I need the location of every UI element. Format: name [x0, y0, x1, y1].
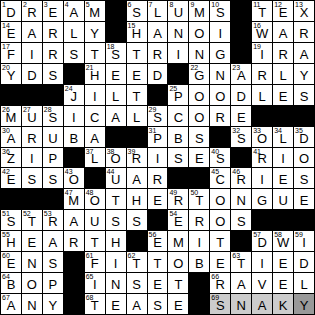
cell-letter: K: [279, 298, 288, 314]
cell-r13c14[interactable]: L: [294, 273, 314, 293]
cell-r12c14[interactable]: D: [294, 252, 314, 272]
cell-r4c8[interactable]: 25P: [168, 85, 188, 105]
cell-r2c14[interactable]: A: [294, 43, 314, 63]
cell-r8c6[interactable]: A: [127, 168, 147, 188]
clue-number: 52: [23, 210, 31, 218]
black-cell-r2c11: [231, 43, 251, 63]
cell-r8c10[interactable]: 45C: [210, 168, 230, 188]
cell-r11c2[interactable]: A: [43, 231, 63, 251]
black-cell-r8c9: [189, 168, 209, 188]
cell-r13c8[interactable]: T: [168, 273, 188, 293]
cell-letter: T: [154, 256, 162, 272]
cell-letter: A: [132, 172, 141, 188]
cell-r7c12[interactable]: 41R: [252, 148, 272, 168]
cell-r5c1[interactable]: 27U: [22, 106, 42, 126]
cell-r2c3[interactable]: S: [64, 43, 84, 63]
cell-r2c6[interactable]: T: [127, 43, 147, 63]
cell-letter: A: [48, 235, 57, 251]
cell-letter: M: [173, 235, 184, 251]
cell-r8c14[interactable]: S: [294, 168, 314, 188]
cell-r4c9[interactable]: O: [189, 85, 209, 105]
cell-r10c4[interactable]: U: [85, 210, 105, 230]
clue-number: 4: [65, 1, 69, 9]
clue-number: 46: [232, 168, 240, 176]
clue-number: 62: [128, 252, 136, 260]
cell-r11c5[interactable]: H: [106, 231, 126, 251]
clue-number: 29: [149, 106, 157, 114]
cell-r8c5[interactable]: 44U: [106, 168, 126, 188]
cell-r7c5[interactable]: 38O: [106, 148, 126, 168]
cell-r10c11[interactable]: S: [231, 210, 251, 230]
cell-r7c14[interactable]: O: [294, 148, 314, 168]
cell-r5c10[interactable]: R: [210, 106, 230, 126]
cell-r1c14[interactable]: R: [294, 22, 314, 42]
cell-r13c0[interactable]: 64B: [1, 273, 21, 293]
cell-r5c6[interactable]: L: [127, 106, 147, 126]
cell-r1c6[interactable]: 15H: [127, 22, 147, 42]
cell-letter: A: [28, 26, 37, 42]
cell-r7c6[interactable]: 39R: [127, 148, 147, 168]
cell-letter: Y: [48, 298, 57, 314]
cell-r12c10[interactable]: E: [210, 252, 230, 272]
cell-r7c0[interactable]: 36Z: [1, 148, 21, 168]
cell-r3c2[interactable]: S: [43, 64, 63, 84]
cell-letter: E: [153, 277, 162, 293]
cell-r1c3[interactable]: L: [64, 22, 84, 42]
cell-r12c8[interactable]: O: [168, 252, 188, 272]
cell-r13c13[interactable]: E: [273, 273, 293, 293]
cell-r5c4[interactable]: C: [85, 106, 105, 126]
black-cell-r6c5: [106, 127, 126, 147]
black-cell-r10c7: [148, 210, 168, 230]
cell-r7c9[interactable]: E: [189, 148, 209, 168]
black-cell-r4c2: [43, 85, 63, 105]
black-cell-r9c0: [1, 189, 21, 209]
cell-r13c10[interactable]: 66R: [210, 273, 230, 293]
cell-r1c12[interactable]: 16W: [252, 22, 272, 42]
cell-r6c9[interactable]: S: [189, 127, 209, 147]
cell-r0c13[interactable]: 12E: [273, 1, 293, 21]
clue-number: 16: [253, 22, 261, 30]
cell-r3c0[interactable]: 20Y: [1, 64, 21, 84]
black-cell-r1c5: [106, 22, 126, 42]
cell-letter: I: [260, 172, 264, 188]
cell-letter: O: [194, 26, 204, 42]
cell-r4c6[interactable]: T: [127, 85, 147, 105]
cell-r9c6[interactable]: H: [127, 189, 147, 209]
cell-r0c7[interactable]: 7L: [148, 1, 168, 21]
cell-letter: I: [198, 235, 202, 251]
cell-r5c7[interactable]: 29S: [148, 106, 168, 126]
clue-number: 32: [232, 127, 240, 135]
cell-r6c3[interactable]: B: [64, 127, 84, 147]
clue-number: 17: [2, 43, 10, 51]
cell-r14c2[interactable]: Y: [43, 294, 63, 314]
black-cell-r8c8: [168, 168, 188, 188]
cell-r2c7[interactable]: R: [148, 43, 168, 63]
cell-r0c4[interactable]: 5M: [85, 1, 105, 21]
cell-letter: N: [27, 256, 36, 272]
cell-r1c10[interactable]: I: [210, 22, 230, 42]
cell-r0c0[interactable]: 1D: [1, 1, 21, 21]
cell-r14c4[interactable]: 68T: [85, 294, 105, 314]
cell-r8c1[interactable]: S: [22, 168, 42, 188]
cell-r1c1[interactable]: A: [22, 22, 42, 42]
cell-letter: A: [90, 131, 99, 147]
cell-r10c2[interactable]: 53R: [43, 210, 63, 230]
cell-r4c10[interactable]: O: [210, 85, 230, 105]
cell-r7c13[interactable]: I: [273, 148, 293, 168]
cell-r6c12[interactable]: 33O: [252, 127, 272, 147]
cell-r12c11[interactable]: 63T: [231, 252, 251, 272]
cell-r6c14[interactable]: 35D: [294, 127, 314, 147]
cell-r13c11[interactable]: A: [231, 273, 251, 293]
cell-r1c4[interactable]: Y: [85, 22, 105, 42]
cell-r12c12[interactable]: I: [252, 252, 272, 272]
cell-r10c10[interactable]: O: [210, 210, 230, 230]
cell-r2c10[interactable]: G: [210, 43, 230, 63]
cell-letter: L: [133, 110, 140, 126]
cell-r9c14[interactable]: E: [294, 189, 314, 209]
clue-number: 55: [2, 231, 10, 239]
cell-letter: N: [216, 68, 225, 84]
cell-r13c1[interactable]: O: [22, 273, 42, 293]
cell-letter: E: [300, 193, 309, 209]
cell-r6c8[interactable]: B: [168, 127, 188, 147]
cell-r4c4[interactable]: I: [85, 85, 105, 105]
cell-r9c8[interactable]: 49R: [168, 189, 188, 209]
clue-number: 19: [253, 43, 261, 51]
cell-r9c5[interactable]: T: [106, 189, 126, 209]
cell-r3c13[interactable]: L: [273, 64, 293, 84]
black-cell-r13c3: [64, 273, 84, 293]
black-cell-r11c6: [127, 231, 147, 251]
cell-r9c12[interactable]: G: [252, 189, 272, 209]
cell-letter: R: [153, 47, 162, 63]
cell-letter: C: [90, 110, 99, 126]
cell-r1c13[interactable]: A: [273, 22, 293, 42]
black-cell-r9c1: [22, 189, 42, 209]
cell-letter: B: [174, 131, 183, 147]
cell-r10c5[interactable]: S: [106, 210, 126, 230]
cell-r8c12[interactable]: I: [252, 168, 272, 188]
cell-r3c4[interactable]: 21H: [85, 64, 105, 84]
cell-letter: E: [237, 110, 246, 126]
clue-number: 7: [149, 1, 153, 9]
cell-r11c13[interactable]: 58W: [273, 231, 293, 251]
cell-r14c0[interactable]: 67A: [1, 294, 21, 314]
cell-r5c11[interactable]: E: [231, 106, 251, 126]
cell-r14c14[interactable]: Y: [294, 294, 314, 314]
cell-r8c13[interactable]: E: [273, 168, 293, 188]
cell-letter: I: [260, 256, 264, 272]
cell-letter: T: [112, 193, 120, 209]
cell-r3c10[interactable]: N: [210, 64, 230, 84]
cell-r6c13[interactable]: 34L: [273, 127, 293, 147]
cell-r5c0[interactable]: 26M: [1, 106, 21, 126]
cell-r3c11[interactable]: 23A: [231, 64, 251, 84]
cell-r13c5[interactable]: N: [106, 273, 126, 293]
cell-r11c0[interactable]: 55H: [1, 231, 21, 251]
cell-r11c4[interactable]: T: [85, 231, 105, 251]
cell-r10c1[interactable]: 52T: [22, 210, 42, 230]
cell-letter: G: [257, 193, 267, 209]
cell-r0c14[interactable]: 13X: [294, 1, 314, 21]
cell-letter: L: [300, 277, 307, 293]
clue-number: 35: [295, 127, 303, 135]
cell-r11c9[interactable]: I: [189, 231, 209, 251]
cell-r6c1[interactable]: R: [22, 127, 42, 147]
cell-r6c11[interactable]: 32S: [231, 127, 251, 147]
cell-r5c2[interactable]: 28S: [43, 106, 63, 126]
cell-r0c10[interactable]: 10S: [210, 1, 230, 21]
cell-letter: I: [156, 151, 160, 167]
cell-r1c8[interactable]: N: [168, 22, 188, 42]
cell-r9c9[interactable]: 50T: [189, 189, 209, 209]
cell-r3c1[interactable]: D: [22, 64, 42, 84]
cell-r14c11[interactable]: N: [231, 294, 251, 314]
cell-r12c13[interactable]: E: [273, 252, 293, 272]
cell-r11c7[interactable]: 56E: [148, 231, 168, 251]
cell-r14c13[interactable]: K: [273, 294, 293, 314]
cell-letter: E: [279, 89, 288, 105]
cell-r2c13[interactable]: R: [273, 43, 293, 63]
crossword-grid: 1D2R3E4A5M6S7L8U9M10S11T12E13X14EARLY15H…: [0, 0, 315, 315]
cell-r11c1[interactable]: E: [22, 231, 42, 251]
cell-r0c8[interactable]: 8U: [168, 1, 188, 21]
cell-r8c2[interactable]: S: [43, 168, 63, 188]
cell-r1c7[interactable]: A: [148, 22, 168, 42]
black-cell-r6c10: [210, 127, 230, 147]
cell-r5c9[interactable]: O: [189, 106, 209, 126]
cell-r0c12[interactable]: 11T: [252, 1, 272, 21]
clue-number: 49: [169, 189, 177, 197]
cell-r6c0[interactable]: 30A: [1, 127, 21, 147]
black-cell-r3c8: [168, 64, 188, 84]
cell-r0c2[interactable]: 3E: [43, 1, 63, 21]
cell-r13c6[interactable]: S: [127, 273, 147, 293]
cell-letter: L: [70, 26, 77, 42]
cell-r7c10[interactable]: 40S: [210, 148, 230, 168]
cell-letter: I: [114, 256, 118, 272]
cell-r3c5[interactable]: E: [106, 64, 126, 84]
clue-number: 60: [2, 252, 10, 260]
cell-r14c12[interactable]: A: [252, 294, 272, 314]
black-cell-r4c7: [148, 85, 168, 105]
cell-r7c4[interactable]: 37L: [85, 148, 105, 168]
cell-r6c2[interactable]: U: [43, 127, 63, 147]
cell-r12c0[interactable]: 60E: [1, 252, 21, 272]
cell-letter: B: [69, 131, 78, 147]
cell-letter: N: [195, 47, 204, 63]
cell-r12c7[interactable]: T: [148, 252, 168, 272]
cell-r4c13[interactable]: E: [273, 85, 293, 105]
cell-r2c4[interactable]: T: [85, 43, 105, 63]
cell-r1c2[interactable]: R: [43, 22, 63, 42]
cell-r6c4[interactable]: A: [85, 127, 105, 147]
cell-letter: Y: [300, 298, 309, 314]
cell-r11c14[interactable]: 59I: [294, 231, 314, 251]
cell-r5c3[interactable]: I: [64, 106, 84, 126]
cell-letter: E: [132, 68, 141, 84]
black-cell-r10c12: [252, 210, 272, 230]
clue-number: 24: [65, 85, 73, 93]
cell-letter: D: [6, 5, 15, 21]
clue-number: 21: [86, 64, 94, 72]
cell-r13c4[interactable]: 65I: [85, 273, 105, 293]
cell-r8c11[interactable]: 46R: [231, 168, 251, 188]
cell-letter: R: [69, 235, 78, 251]
clue-number: 66: [211, 273, 219, 281]
cell-r14c7[interactable]: S: [148, 294, 168, 314]
cell-letter: R: [257, 68, 266, 84]
cell-r12c2[interactable]: S: [43, 252, 63, 272]
cell-r13c12[interactable]: V: [252, 273, 272, 293]
black-cell-r7c3: [64, 148, 84, 168]
cell-r11c8[interactable]: M: [168, 231, 188, 251]
black-cell-r0c11: [231, 1, 251, 21]
cell-r8c0[interactable]: 42E: [1, 168, 21, 188]
cell-r5c8[interactable]: C: [168, 106, 188, 126]
cell-r2c0[interactable]: 17F: [1, 43, 21, 63]
cell-r4c12[interactable]: L: [252, 85, 272, 105]
black-cell-r13c9: [189, 273, 209, 293]
cell-r7c8[interactable]: S: [168, 148, 188, 168]
cell-r3c7[interactable]: D: [148, 64, 168, 84]
black-cell-r10c13: [273, 210, 293, 230]
cell-r9c11[interactable]: N: [231, 189, 251, 209]
cell-r12c1[interactable]: N: [22, 252, 42, 272]
cell-r10c3[interactable]: A: [64, 210, 84, 230]
cell-r10c6[interactable]: S: [127, 210, 147, 230]
cell-letter: U: [278, 193, 287, 209]
cell-r9c10[interactable]: O: [210, 189, 230, 209]
cell-letter: A: [69, 5, 78, 21]
cell-r3c6[interactable]: E: [127, 64, 147, 84]
cell-r12c4[interactable]: 61F: [85, 252, 105, 272]
cell-r0c3[interactable]: 4A: [64, 1, 84, 21]
clue-number: 47: [65, 189, 73, 197]
cell-r0c6[interactable]: 6S: [127, 1, 147, 21]
cell-r9c3[interactable]: 47M: [64, 189, 84, 209]
cell-letter: C: [174, 110, 183, 126]
cell-r0c9[interactable]: 9M: [189, 1, 209, 21]
cell-letter: S: [48, 256, 57, 272]
clue-number: 11: [253, 1, 260, 9]
cell-r9c13[interactable]: U: [273, 189, 293, 209]
clue-number: 5: [86, 1, 90, 9]
cell-r6c7[interactable]: 31P: [148, 127, 168, 147]
cell-r2c8[interactable]: I: [168, 43, 188, 63]
cell-r14c10[interactable]: 69S: [210, 294, 230, 314]
cell-r7c1[interactable]: I: [22, 148, 42, 168]
cell-r9c4[interactable]: 48O: [85, 189, 105, 209]
cell-r2c2[interactable]: R: [43, 43, 63, 63]
clue-number: 23: [232, 64, 240, 72]
cell-letter: I: [177, 47, 181, 63]
cell-r2c12[interactable]: 19I: [252, 43, 272, 63]
cell-letter: R: [153, 172, 162, 188]
cell-r2c1[interactable]: I: [22, 43, 42, 63]
cell-letter: E: [111, 298, 120, 314]
cell-r4c14[interactable]: S: [294, 85, 314, 105]
cell-letter: U: [174, 5, 183, 21]
cell-r1c9[interactable]: O: [189, 22, 209, 42]
cell-r3c14[interactable]: Y: [294, 64, 314, 84]
clue-number: 63: [232, 252, 240, 260]
cell-letter: O: [194, 110, 204, 126]
cell-r5c5[interactable]: A: [106, 106, 126, 126]
cell-letter: D: [27, 68, 36, 84]
cell-r7c2[interactable]: P: [43, 148, 63, 168]
cell-r3c9[interactable]: 22G: [189, 64, 209, 84]
cell-r0c1[interactable]: 2R: [22, 1, 42, 21]
cell-letter: S: [132, 277, 141, 293]
clue-number: 14: [2, 22, 10, 30]
cell-r4c5[interactable]: L: [106, 85, 126, 105]
cell-r13c7[interactable]: E: [148, 273, 168, 293]
cell-r2c5[interactable]: 18S: [106, 43, 126, 63]
cell-letter: H: [132, 193, 141, 209]
cell-letter: O: [173, 256, 183, 272]
cell-r3c12[interactable]: R: [252, 64, 272, 84]
cell-letter: E: [279, 256, 288, 272]
cell-r11c3[interactable]: R: [64, 231, 84, 251]
clue-number: 15: [128, 22, 136, 30]
cell-letter: R: [278, 47, 287, 63]
cell-r11c10[interactable]: T: [210, 231, 230, 251]
cell-r12c5[interactable]: I: [106, 252, 126, 272]
cell-r4c11[interactable]: D: [231, 85, 251, 105]
cell-letter: R: [195, 214, 204, 230]
clue-number: 36: [2, 148, 10, 156]
clue-number: 34: [274, 127, 282, 135]
cell-r14c1[interactable]: N: [22, 294, 42, 314]
clue-number: 58: [274, 231, 282, 239]
cell-r9c7[interactable]: E: [148, 189, 168, 209]
cell-letter: I: [218, 26, 222, 42]
cell-letter: R: [27, 131, 36, 147]
cell-r4c3[interactable]: 24J: [64, 85, 84, 105]
cell-r10c8[interactable]: 54E: [168, 210, 188, 230]
cell-letter: D: [237, 89, 246, 105]
cell-r12c6[interactable]: 62T: [127, 252, 147, 272]
cell-r10c0[interactable]: 51S: [1, 210, 21, 230]
cell-letter: Y: [90, 26, 99, 42]
cell-r8c7[interactable]: R: [148, 168, 168, 188]
cell-r2c9[interactable]: N: [189, 43, 209, 63]
cell-letter: R: [48, 47, 57, 63]
cell-letter: A: [132, 298, 141, 314]
cell-r13c2[interactable]: P: [43, 273, 63, 293]
clue-number: 51: [2, 210, 10, 218]
cell-letter: M: [194, 5, 205, 21]
cell-r10c9[interactable]: R: [189, 210, 209, 230]
clue-number: 28: [44, 106, 52, 114]
cell-letter: S: [111, 214, 120, 230]
cell-r14c8[interactable]: E: [168, 294, 188, 314]
cell-r11c12[interactable]: 57D: [252, 231, 272, 251]
cell-letter: D: [153, 68, 162, 84]
cell-r12c9[interactable]: B: [189, 252, 209, 272]
cell-letter: A: [237, 277, 246, 293]
clue-number: 33: [253, 127, 261, 135]
cell-r7c7[interactable]: I: [148, 148, 168, 168]
cell-r8c3[interactable]: 43O: [64, 168, 84, 188]
cell-r14c6[interactable]: A: [127, 294, 147, 314]
cell-r14c5[interactable]: E: [106, 294, 126, 314]
cell-r1c0[interactable]: 14E: [1, 22, 21, 42]
